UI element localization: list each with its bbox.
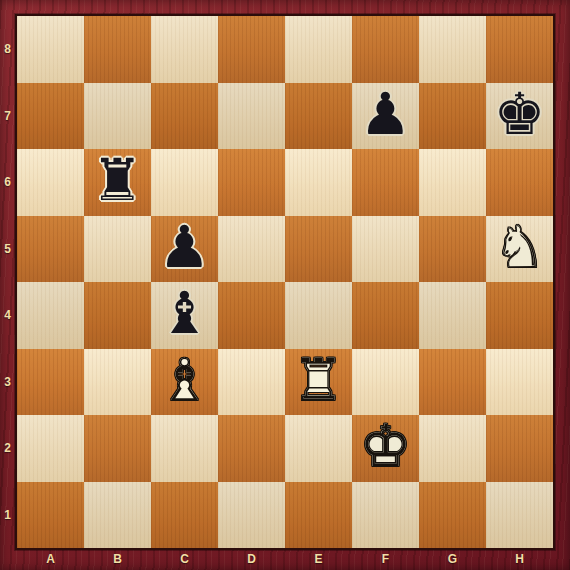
square-d3[interactable] xyxy=(218,349,285,416)
square-h3[interactable] xyxy=(486,349,553,416)
square-g7[interactable] xyxy=(419,83,486,150)
rank-label-4: 4 xyxy=(0,282,15,349)
square-g3[interactable] xyxy=(419,349,486,416)
square-e7[interactable] xyxy=(285,83,352,150)
square-f6[interactable] xyxy=(352,149,419,216)
black-pawn-icon: ♟ xyxy=(159,218,211,276)
piece-white-rook-e3[interactable]: ♜♖ xyxy=(285,349,352,416)
white-king-icon: ♔ xyxy=(360,417,412,475)
square-f2[interactable]: ♚♔ xyxy=(352,415,419,482)
square-d1[interactable] xyxy=(218,482,285,549)
square-c1[interactable] xyxy=(151,482,218,549)
square-d4[interactable] xyxy=(218,282,285,349)
square-e8[interactable] xyxy=(285,16,352,83)
rank-label-5: 5 xyxy=(0,216,15,283)
square-b3[interactable] xyxy=(84,349,151,416)
square-g4[interactable] xyxy=(419,282,486,349)
piece-black-pawn-f7[interactable]: ♟♟ xyxy=(352,83,419,150)
square-e3[interactable]: ♜♖ xyxy=(285,349,352,416)
square-b6[interactable]: ♜♜ xyxy=(84,149,151,216)
black-bishop-icon: ♝ xyxy=(159,284,211,342)
square-b1[interactable] xyxy=(84,482,151,549)
file-label-d: D xyxy=(218,548,285,570)
chess-board-frame: 87654321 ABCDEFGH ♟♟♚♚♜♜♟♟♞♘♝♝♝♗♜♖♚♔ xyxy=(0,0,570,570)
square-h5[interactable]: ♞♘ xyxy=(486,216,553,283)
square-f7[interactable]: ♟♟ xyxy=(352,83,419,150)
black-pawn-icon: ♟ xyxy=(360,85,412,143)
square-h2[interactable] xyxy=(486,415,553,482)
piece-white-knight-h5[interactable]: ♞♘ xyxy=(486,216,553,283)
square-d7[interactable] xyxy=(218,83,285,150)
square-e6[interactable] xyxy=(285,149,352,216)
square-d5[interactable] xyxy=(218,216,285,283)
file-label-f: F xyxy=(352,548,419,570)
square-h6[interactable] xyxy=(486,149,553,216)
black-rook-icon: ♜ xyxy=(92,151,144,209)
square-a8[interactable] xyxy=(17,16,84,83)
rank-label-8: 8 xyxy=(0,16,15,83)
rank-label-1: 1 xyxy=(0,482,15,549)
file-label-h: H xyxy=(486,548,553,570)
file-label-a: A xyxy=(17,548,84,570)
square-c7[interactable] xyxy=(151,83,218,150)
file-label-b: B xyxy=(84,548,151,570)
square-b7[interactable] xyxy=(84,83,151,150)
square-g5[interactable] xyxy=(419,216,486,283)
square-e1[interactable] xyxy=(285,482,352,549)
black-king-icon: ♚ xyxy=(494,85,546,143)
square-f1[interactable] xyxy=(352,482,419,549)
piece-black-pawn-c5[interactable]: ♟♟ xyxy=(151,216,218,283)
square-f5[interactable] xyxy=(352,216,419,283)
square-e2[interactable] xyxy=(285,415,352,482)
square-c5[interactable]: ♟♟ xyxy=(151,216,218,283)
square-a5[interactable] xyxy=(17,216,84,283)
rank-label-7: 7 xyxy=(0,83,15,150)
square-b2[interactable] xyxy=(84,415,151,482)
square-h4[interactable] xyxy=(486,282,553,349)
square-f3[interactable] xyxy=(352,349,419,416)
square-f8[interactable] xyxy=(352,16,419,83)
white-knight-icon: ♘ xyxy=(494,218,546,276)
square-e5[interactable] xyxy=(285,216,352,283)
piece-white-king-f2[interactable]: ♚♔ xyxy=(352,415,419,482)
file-label-g: G xyxy=(419,548,486,570)
square-d6[interactable] xyxy=(218,149,285,216)
piece-black-rook-b6[interactable]: ♜♜ xyxy=(84,149,151,216)
square-b4[interactable] xyxy=(84,282,151,349)
square-c4[interactable]: ♝♝ xyxy=(151,282,218,349)
file-labels: ABCDEFGH xyxy=(17,548,553,570)
square-d8[interactable] xyxy=(218,16,285,83)
square-e4[interactable] xyxy=(285,282,352,349)
square-a2[interactable] xyxy=(17,415,84,482)
square-b8[interactable] xyxy=(84,16,151,83)
square-a3[interactable] xyxy=(17,349,84,416)
square-a1[interactable] xyxy=(17,482,84,549)
square-g1[interactable] xyxy=(419,482,486,549)
square-a6[interactable] xyxy=(17,149,84,216)
square-h1[interactable] xyxy=(486,482,553,549)
square-c2[interactable] xyxy=(151,415,218,482)
white-bishop-icon: ♗ xyxy=(159,351,211,409)
square-h7[interactable]: ♚♚ xyxy=(486,83,553,150)
square-b5[interactable] xyxy=(84,216,151,283)
square-a4[interactable] xyxy=(17,282,84,349)
square-g6[interactable] xyxy=(419,149,486,216)
square-c3[interactable]: ♝♗ xyxy=(151,349,218,416)
square-d2[interactable] xyxy=(218,415,285,482)
square-a7[interactable] xyxy=(17,83,84,150)
board: ♟♟♚♚♜♜♟♟♞♘♝♝♝♗♜♖♚♔ xyxy=(17,16,553,548)
piece-black-bishop-c4[interactable]: ♝♝ xyxy=(151,282,218,349)
piece-white-bishop-c3[interactable]: ♝♗ xyxy=(151,349,218,416)
square-c8[interactable] xyxy=(151,16,218,83)
square-f4[interactable] xyxy=(352,282,419,349)
square-g8[interactable] xyxy=(419,16,486,83)
rank-labels: 87654321 xyxy=(0,16,15,548)
file-label-e: E xyxy=(285,548,352,570)
rank-label-2: 2 xyxy=(0,415,15,482)
rank-label-6: 6 xyxy=(0,149,15,216)
square-c6[interactable] xyxy=(151,149,218,216)
rank-label-3: 3 xyxy=(0,349,15,416)
piece-black-king-h7[interactable]: ♚♚ xyxy=(486,83,553,150)
square-g2[interactable] xyxy=(419,415,486,482)
white-rook-icon: ♖ xyxy=(293,351,345,409)
file-label-c: C xyxy=(151,548,218,570)
square-h8[interactable] xyxy=(486,16,553,83)
